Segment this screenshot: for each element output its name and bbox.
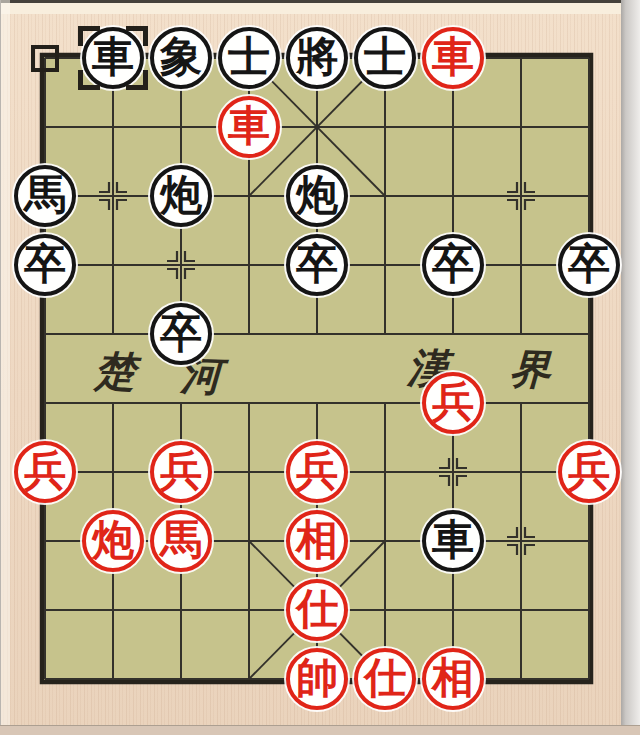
piece-red-elephant[interactable]: 相 [286,510,348,572]
piece-black-advisor[interactable]: 士 [354,27,416,89]
piece-glyph: 仕 [296,588,338,630]
piece-glyph: 將 [296,36,338,78]
piece-red-general[interactable]: 帥 [286,648,348,710]
piece-glyph: 象 [160,36,202,78]
piece-glyph: 卒 [568,243,610,285]
piece-black-cannon[interactable]: 炮 [286,165,348,227]
piece-red-chariot[interactable]: 車 [422,27,484,89]
piece-black-elephant[interactable]: 象 [150,27,212,89]
piece-black-soldier[interactable]: 卒 [14,234,76,296]
piece-glyph: 炮 [160,174,202,216]
piece-glyph: 卒 [296,243,338,285]
piece-black-soldier[interactable]: 卒 [558,234,620,296]
piece-red-elephant[interactable]: 相 [422,648,484,710]
piece-glyph: 相 [296,519,338,561]
piece-black-general[interactable]: 將 [286,27,348,89]
piece-red-advisor[interactable]: 仕 [354,648,416,710]
piece-glyph: 士 [364,36,406,78]
piece-red-soldier[interactable]: 兵 [286,441,348,503]
piece-glyph: 車 [228,105,270,147]
pieces-grid[interactable]: 車象士將士車車馬炮炮卒卒卒卒卒兵兵兵兵兵炮馬相車仕帥仕相 [11,24,623,714]
piece-glyph: 兵 [432,381,474,423]
selected-piece-marker [78,26,148,90]
piece-black-cannon[interactable]: 炮 [150,165,212,227]
piece-glyph: 卒 [24,243,66,285]
piece-red-soldier[interactable]: 兵 [558,441,620,503]
piece-glyph: 卒 [432,243,474,285]
piece-red-horse[interactable]: 馬 [150,510,212,572]
piece-glyph: 兵 [160,450,202,492]
piece-glyph: 相 [432,657,474,699]
piece-red-cannon[interactable]: 炮 [82,510,144,572]
piece-glyph: 車 [432,36,474,78]
piece-glyph: 仕 [364,657,406,699]
piece-glyph: 兵 [24,450,66,492]
xiangqi-app: 楚 河 漢 界 車象士將士車車馬炮炮卒卒卒卒卒兵兵兵兵兵炮馬相車仕帥仕相 [0,0,640,735]
piece-glyph: 兵 [568,450,610,492]
piece-glyph: 馬 [160,519,202,561]
piece-glyph: 兵 [296,450,338,492]
piece-black-soldier[interactable]: 卒 [150,303,212,365]
piece-black-soldier[interactable]: 卒 [286,234,348,296]
piece-black-horse[interactable]: 馬 [14,165,76,227]
piece-glyph: 士 [228,36,270,78]
piece-glyph: 炮 [296,174,338,216]
piece-black-chariot[interactable]: 車 [422,510,484,572]
last-move-origin-marker [31,45,59,72]
piece-glyph: 馬 [24,174,66,216]
piece-red-soldier[interactable]: 兵 [14,441,76,503]
piece-glyph: 車 [432,519,474,561]
piece-glyph: 卒 [160,312,202,354]
piece-black-advisor[interactable]: 士 [218,27,280,89]
piece-red-soldier[interactable]: 兵 [422,372,484,434]
piece-black-soldier[interactable]: 卒 [422,234,484,296]
piece-glyph: 炮 [92,519,134,561]
piece-red-advisor[interactable]: 仕 [286,579,348,641]
piece-glyph: 帥 [296,657,338,699]
piece-red-chariot[interactable]: 車 [218,96,280,158]
piece-red-soldier[interactable]: 兵 [150,441,212,503]
